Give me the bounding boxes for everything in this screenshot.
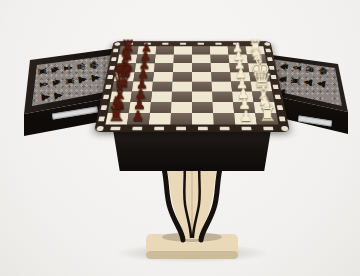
square-c3	[212, 92, 233, 102]
chessboard-frame: ♜♟♟♜♞♟♟♞♝♟♟♝♚♟♟♚♛♟♟♛♝♟♟♝♞♟♟♞♜♟♟♜	[94, 41, 290, 132]
piece-white-pawn: ♟	[239, 109, 252, 124]
frame-ornament-near	[263, 126, 274, 130]
piece-cutout: ♟	[51, 89, 65, 102]
frame-ornament-right	[273, 85, 279, 89]
piece-cutout: ♚	[316, 65, 330, 78]
piece-cutout: ♟	[314, 78, 328, 91]
frame-ornament-far	[162, 43, 169, 45]
square-a6	[149, 113, 171, 125]
square-a8: ♜	[105, 113, 128, 125]
piece-cutout: ♜	[35, 65, 49, 78]
piece-black-pawn: ♟	[131, 109, 144, 124]
piece-cutout: ♞	[49, 77, 63, 90]
square-a1: ♜	[255, 113, 278, 125]
square-h4	[192, 46, 210, 54]
frame-ornament-left	[98, 116, 105, 121]
square-f6	[154, 63, 174, 72]
piece-white-rook: ♜	[259, 104, 277, 124]
square-g6	[155, 55, 174, 64]
frame-ornament-left	[103, 95, 109, 100]
frame-ornament-near	[110, 126, 121, 130]
square-b5	[171, 102, 192, 113]
square-c6	[151, 92, 172, 102]
chess-table-photo: ♜♞♝♛♚♝♞♜♟♟♟♟ ♜♞♝♛♚♝♞♜♟♟♟♟ ♜♟♟♜♞♟♟♞♝♟♟♝♚♟…	[0, 0, 360, 276]
square-f4	[192, 63, 211, 72]
square-d4	[192, 82, 212, 92]
piece-cutout: ♟	[88, 72, 102, 85]
square-h6	[156, 46, 175, 54]
chessboard: ♜♟♟♜♞♟♟♞♝♟♟♝♚♟♟♚♛♟♟♛♝♟♟♝♞♟♟♞♜♟♟♜	[105, 46, 278, 124]
square-g4	[192, 55, 211, 64]
square-a7: ♟	[127, 113, 150, 125]
frame-ornament-near	[176, 126, 186, 130]
square-f3	[211, 63, 231, 72]
piece-cutout: ♛	[73, 60, 87, 73]
chessboard-perspective: ♜♟♟♜♞♟♟♞♝♟♟♝♚♟♟♚♛♟♟♛♝♟♟♝♞♟♟♞♜♟♟♜	[94, 41, 290, 132]
square-b4	[192, 102, 213, 113]
frame-ornament-far	[180, 43, 186, 45]
piece-cutout: ♚	[86, 59, 100, 72]
piece-cutout: ♟	[75, 73, 89, 86]
frame-ornament-right	[275, 95, 281, 100]
square-f5	[173, 63, 192, 72]
square-c5	[171, 92, 192, 102]
square-a4	[192, 113, 214, 125]
frame-ornament-right	[279, 116, 286, 121]
piece-cutout: ♜	[62, 75, 76, 88]
frame-ornament-right	[277, 105, 284, 110]
square-g5	[173, 55, 192, 64]
frame-corner-dot	[96, 126, 104, 131]
square-c4	[192, 92, 213, 102]
square-a2: ♟	[234, 113, 257, 125]
frame-ornament-far	[215, 43, 222, 45]
piece-cutout: ♝	[36, 78, 50, 91]
frame-ornament-near	[154, 126, 164, 130]
frame-ornament-far	[198, 43, 204, 45]
piece-cutout: ♞	[48, 64, 62, 77]
frame-ornament-left	[101, 105, 108, 110]
square-e5	[172, 72, 192, 81]
square-d5	[172, 82, 192, 92]
frame-ornament-near	[198, 126, 208, 130]
piece-black-rook: ♜	[108, 104, 126, 124]
square-h5	[174, 46, 192, 54]
square-d6	[152, 82, 173, 92]
piece-cutout: ♟	[38, 91, 52, 104]
frame-ornament-near	[220, 126, 230, 130]
square-g3	[210, 55, 229, 64]
frame-ornament-near	[132, 126, 142, 130]
square-a5	[170, 113, 192, 125]
square-e6	[153, 72, 173, 81]
square-d3	[212, 82, 233, 92]
frame-corner-dot	[280, 126, 288, 131]
square-b3	[213, 102, 235, 113]
frame-ornament-near	[241, 126, 251, 130]
square-a3	[213, 113, 235, 125]
square-b6	[150, 102, 172, 113]
square-e4	[192, 72, 212, 81]
piece-cutout: ♝	[61, 62, 75, 75]
pedestal-base-edge	[146, 251, 238, 259]
square-e3	[211, 72, 231, 81]
square-h3	[210, 46, 229, 54]
